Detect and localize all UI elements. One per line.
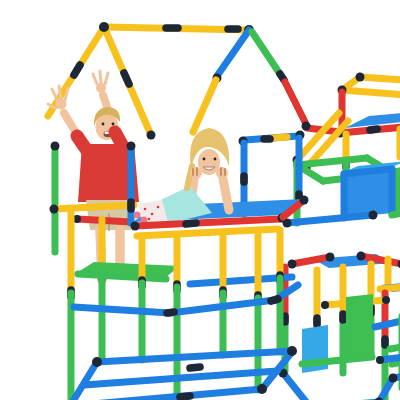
connector-dark: [127, 142, 136, 151]
line-shape: [77, 136, 88, 152]
skin: [105, 73, 108, 84]
connector-dark: [51, 142, 60, 151]
connector-dark: [102, 123, 105, 126]
girl-sandal: [134, 212, 141, 219]
connector-dark: [382, 296, 390, 304]
skin: [100, 71, 101, 83]
tube-yellow: [380, 285, 400, 289]
connector-dark: [326, 253, 335, 262]
connector-dark: [186, 223, 196, 224]
connector-dark: [180, 396, 190, 397]
tube-yellow: [360, 77, 400, 82]
tube-blue: [283, 373, 311, 400]
skin: [52, 89, 57, 100]
connector-dark: [288, 260, 297, 269]
tube-blue: [97, 351, 292, 362]
tube-yellow: [54, 205, 134, 209]
tube-yellow: [342, 90, 400, 95]
connector-dark: [74, 65, 80, 75]
alt-build-bottom-right: [279, 249, 400, 400]
tube-green: [78, 274, 166, 279]
connector-dark: [287, 346, 297, 356]
main-tower-roof: [48, 22, 311, 140]
scene-canvas: [40, 16, 400, 400]
tube-blue: [74, 307, 170, 313]
tube-blue: [217, 30, 249, 76]
tube-blue: [70, 389, 262, 400]
skin: [59, 86, 61, 99]
skin: [223, 179, 229, 210]
circle-shape: [151, 213, 154, 216]
skin: [93, 74, 97, 84]
connector-dark: [99, 22, 109, 32]
tube-green: [252, 32, 280, 74]
connector-dark: [214, 158, 217, 161]
connector-dark: [300, 196, 309, 205]
connector-dark: [203, 158, 206, 161]
connector-dark: [370, 129, 377, 130]
tube-yellow: [273, 137, 287, 138]
connector-dark: [302, 122, 311, 131]
product-photo: Kids' giant tube construction / climbing…: [40, 16, 400, 400]
connector-dark: [112, 123, 115, 126]
connector-dark: [357, 252, 366, 261]
connector-dark: [271, 299, 278, 301]
connector-dark: [50, 205, 59, 214]
circle-shape: [157, 206, 160, 209]
connector-dark: [389, 374, 398, 383]
connector-dark: [369, 211, 378, 220]
tube-red: [285, 82, 305, 122]
connector-dark: [356, 73, 365, 82]
connector-dark: [131, 222, 140, 231]
connector-dark: [190, 367, 200, 368]
circle-shape: [148, 218, 151, 221]
tube-yellow: [193, 80, 216, 132]
panel-green: [346, 294, 373, 360]
circle-shape: [144, 208, 147, 211]
boy: [48, 71, 139, 280]
connector-dark: [147, 131, 156, 140]
connector-dark: [376, 356, 384, 364]
tube-green: [297, 158, 367, 165]
tube-blue: [344, 169, 392, 174]
connector-dark: [167, 312, 174, 313]
connector-dark: [257, 384, 267, 394]
connector-dark: [321, 301, 329, 309]
connector-dark: [124, 73, 129, 84]
connector-dark: [92, 357, 102, 367]
